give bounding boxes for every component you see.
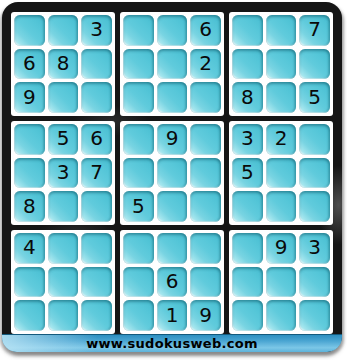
cell-r5c5[interactable] — [157, 158, 188, 189]
cell-r1c2[interactable] — [48, 15, 79, 46]
cell-r1c1[interactable] — [14, 15, 45, 46]
box-9: 93 — [229, 230, 333, 334]
box-8: 619 — [120, 230, 224, 334]
cell-r3c7[interactable]: 8 — [232, 82, 263, 113]
cell-r3c8[interactable] — [266, 82, 297, 113]
cell-r5c8[interactable] — [266, 158, 297, 189]
box-6: 325 — [229, 121, 333, 225]
given-digit: 8 — [23, 196, 36, 216]
cell-r3c5[interactable] — [157, 82, 188, 113]
given-digit: 9 — [275, 237, 288, 257]
cell-r1c5[interactable] — [157, 15, 188, 46]
cell-r1c8[interactable] — [266, 15, 297, 46]
given-digit: 9 — [23, 87, 36, 107]
cell-r4c7[interactable]: 3 — [232, 124, 263, 155]
box-7: 4 — [11, 230, 115, 334]
box-2: 62 — [120, 12, 224, 116]
cell-r3c2[interactable] — [48, 82, 79, 113]
cell-r4c1[interactable] — [14, 124, 45, 155]
given-digit: 6 — [23, 53, 36, 73]
cell-r3c4[interactable] — [123, 82, 154, 113]
cell-r1c9[interactable]: 7 — [299, 15, 330, 46]
cell-r8c1[interactable] — [14, 267, 45, 298]
given-digit: 5 — [241, 162, 254, 182]
footer-bar: www.sudokusweb.com — [2, 334, 342, 352]
given-digit: 5 — [132, 196, 145, 216]
cell-r9c7[interactable] — [232, 300, 263, 331]
cell-r7c9[interactable]: 3 — [299, 233, 330, 264]
cell-r2c1[interactable]: 6 — [14, 49, 45, 80]
cell-r2c6[interactable]: 2 — [190, 49, 221, 80]
cell-r6c3[interactable] — [81, 191, 112, 222]
cell-r8c6[interactable] — [190, 267, 221, 298]
cell-r2c8[interactable] — [266, 49, 297, 80]
given-digit: 6 — [166, 271, 179, 291]
cell-r4c5[interactable]: 9 — [157, 124, 188, 155]
cell-r1c3[interactable]: 3 — [81, 15, 112, 46]
given-digit: 4 — [23, 237, 36, 257]
given-digit: 6 — [199, 19, 212, 39]
cell-r7c2[interactable] — [48, 233, 79, 264]
cell-r9c4[interactable] — [123, 300, 154, 331]
cell-r7c6[interactable] — [190, 233, 221, 264]
cell-r1c7[interactable] — [232, 15, 263, 46]
cell-r6c8[interactable] — [266, 191, 297, 222]
cell-r5c4[interactable] — [123, 158, 154, 189]
cell-r2c2[interactable]: 8 — [48, 49, 79, 80]
cell-r4c9[interactable] — [299, 124, 330, 155]
cell-r8c2[interactable] — [48, 267, 79, 298]
cell-r2c3[interactable] — [81, 49, 112, 80]
given-digit: 2 — [199, 53, 212, 73]
given-digit: 3 — [241, 128, 254, 148]
cell-r6c4[interactable]: 5 — [123, 191, 154, 222]
cell-r5c6[interactable] — [190, 158, 221, 189]
cell-r1c4[interactable] — [123, 15, 154, 46]
cell-r5c3[interactable]: 7 — [81, 158, 112, 189]
cell-r2c9[interactable] — [299, 49, 330, 80]
cell-r2c5[interactable] — [157, 49, 188, 80]
given-digit: 7 — [90, 162, 103, 182]
cell-r6c6[interactable] — [190, 191, 221, 222]
cell-r2c7[interactable] — [232, 49, 263, 80]
cell-r8c7[interactable] — [232, 267, 263, 298]
cell-r4c6[interactable] — [190, 124, 221, 155]
cell-r9c9[interactable] — [299, 300, 330, 331]
sudoku-board: 3689627855637895325461993 — [11, 12, 333, 334]
cell-r9c2[interactable] — [48, 300, 79, 331]
given-digit: 9 — [166, 128, 179, 148]
box-3: 785 — [229, 12, 333, 116]
cell-r9c8[interactable] — [266, 300, 297, 331]
cell-r9c3[interactable] — [81, 300, 112, 331]
given-digit: 9 — [199, 305, 212, 325]
cell-r6c7[interactable] — [232, 191, 263, 222]
cell-r1c6[interactable]: 6 — [190, 15, 221, 46]
given-digit: 7 — [308, 19, 321, 39]
cell-r7c5[interactable] — [157, 233, 188, 264]
cell-r8c3[interactable] — [81, 267, 112, 298]
cell-r3c6[interactable] — [190, 82, 221, 113]
cell-r9c5[interactable]: 1 — [157, 300, 188, 331]
cell-r4c3[interactable]: 6 — [81, 124, 112, 155]
box-4: 56378 — [11, 121, 115, 225]
site-url: www.sudokusweb.com — [86, 336, 258, 351]
given-digit: 8 — [241, 87, 254, 107]
cell-r3c3[interactable] — [81, 82, 112, 113]
box-1: 3689 — [11, 12, 115, 116]
cell-r6c1[interactable]: 8 — [14, 191, 45, 222]
cell-r7c1[interactable]: 4 — [14, 233, 45, 264]
cell-r9c1[interactable] — [14, 300, 45, 331]
given-digit: 8 — [57, 53, 70, 73]
cell-r8c9[interactable] — [299, 267, 330, 298]
cell-r5c7[interactable]: 5 — [232, 158, 263, 189]
cell-r4c4[interactable] — [123, 124, 154, 155]
cell-r3c9[interactable]: 5 — [299, 82, 330, 113]
given-digit: 6 — [90, 128, 103, 148]
cell-r8c8[interactable] — [266, 267, 297, 298]
given-digit: 3 — [90, 19, 103, 39]
cell-r6c2[interactable] — [48, 191, 79, 222]
cell-r5c9[interactable] — [299, 158, 330, 189]
cell-r4c2[interactable]: 5 — [48, 124, 79, 155]
cell-r5c1[interactable] — [14, 158, 45, 189]
box-5: 95 — [120, 121, 224, 225]
cell-r2c4[interactable] — [123, 49, 154, 80]
cell-r7c7[interactable] — [232, 233, 263, 264]
given-digit: 5 — [308, 87, 321, 107]
cell-r7c4[interactable] — [123, 233, 154, 264]
cell-r6c9[interactable] — [299, 191, 330, 222]
cell-r7c3[interactable] — [81, 233, 112, 264]
cell-r9c6[interactable]: 9 — [190, 300, 221, 331]
given-digit: 1 — [166, 305, 179, 325]
given-digit: 3 — [57, 162, 70, 182]
cell-r5c2[interactable]: 3 — [48, 158, 79, 189]
cell-r8c4[interactable] — [123, 267, 154, 298]
given-digit: 5 — [57, 128, 70, 148]
cell-r4c8[interactable]: 2 — [266, 124, 297, 155]
given-digit: 2 — [275, 128, 288, 148]
cell-r3c1[interactable]: 9 — [14, 82, 45, 113]
board-frame: 3689627855637895325461993 www.sudokusweb… — [2, 2, 342, 352]
given-digit: 3 — [308, 237, 321, 257]
cell-r6c5[interactable] — [157, 191, 188, 222]
cell-r7c8[interactable]: 9 — [266, 233, 297, 264]
cell-r8c5[interactable]: 6 — [157, 267, 188, 298]
